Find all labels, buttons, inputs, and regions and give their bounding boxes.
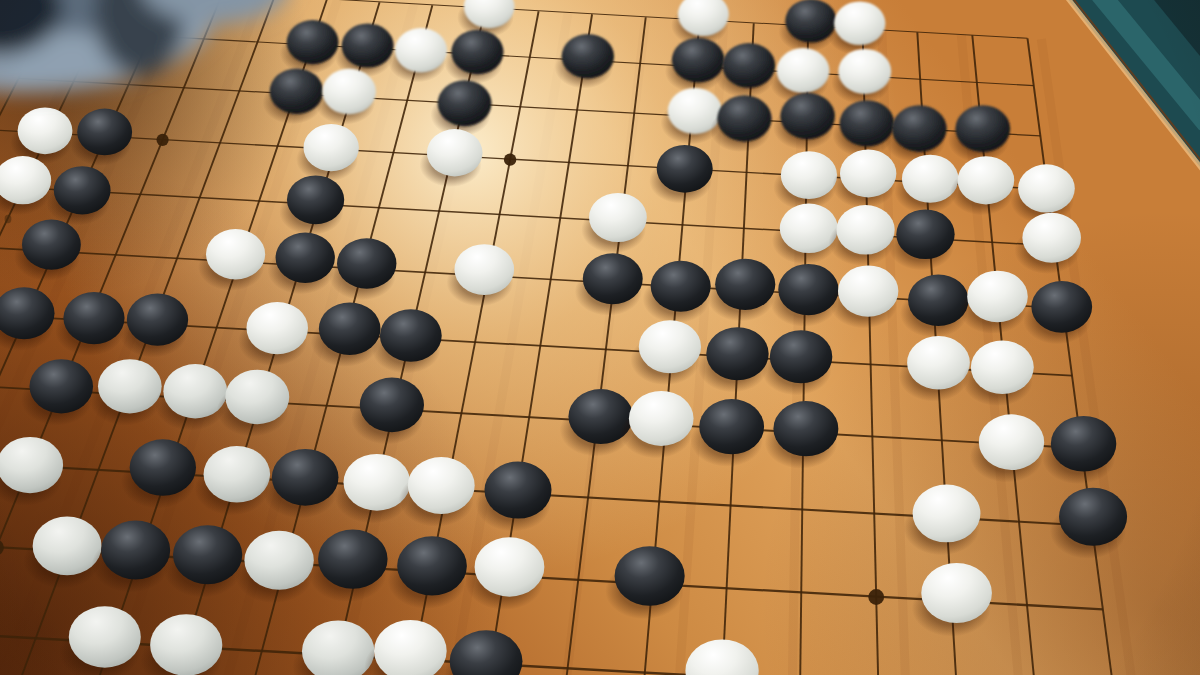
go-board-photo [0, 0, 1200, 675]
vignette-overlay [0, 0, 1200, 675]
go-photo-stage [0, 0, 1200, 675]
